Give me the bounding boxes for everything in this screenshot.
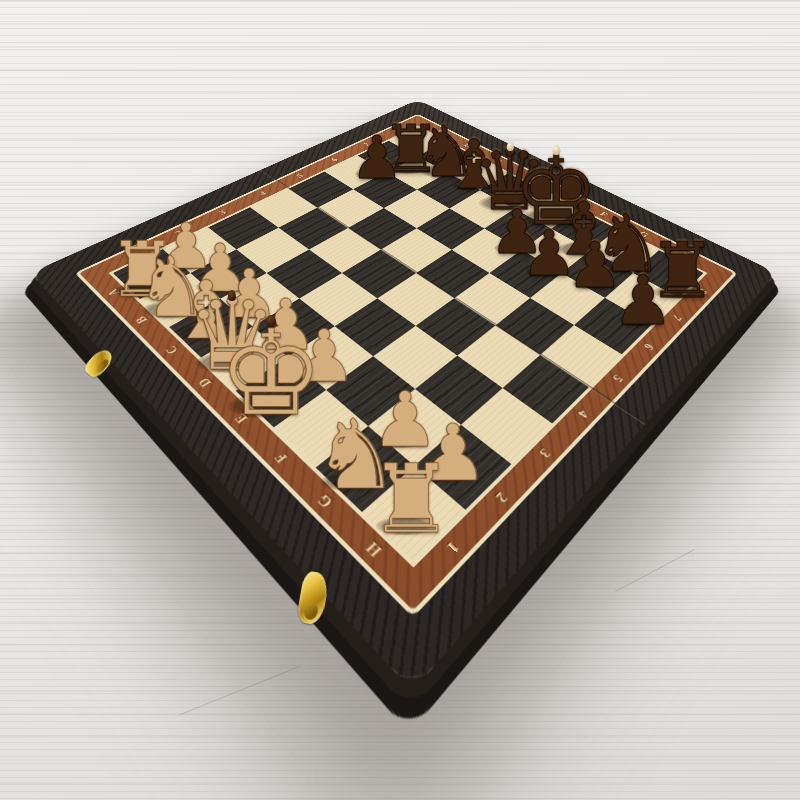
piece-white-king-e1[interactable]: ♚ bbox=[218, 314, 324, 432]
piece-black-pawn-a7[interactable]: ♟ bbox=[351, 128, 404, 187]
king-finial bbox=[552, 145, 560, 155]
table-scratch bbox=[615, 549, 695, 592]
queen-finial bbox=[228, 290, 237, 301]
piece-black-pawn-h7[interactable]: ♟ bbox=[613, 267, 674, 335]
piece-white-rook-h1[interactable]: ♜ bbox=[368, 452, 453, 547]
table-scratch bbox=[180, 666, 301, 716]
photo-stage: AA88BB77CC66DD55EE44FF33GG22HH11 ♜♞♟♝♛♚♟… bbox=[0, 0, 800, 800]
king-finial bbox=[266, 315, 276, 327]
